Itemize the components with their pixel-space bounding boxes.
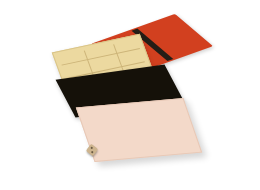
die-pip bbox=[91, 146, 93, 148]
game-collection-photo bbox=[0, 0, 260, 190]
die-pip bbox=[91, 151, 93, 153]
ludo-pieces-layer bbox=[0, 0, 260, 190]
